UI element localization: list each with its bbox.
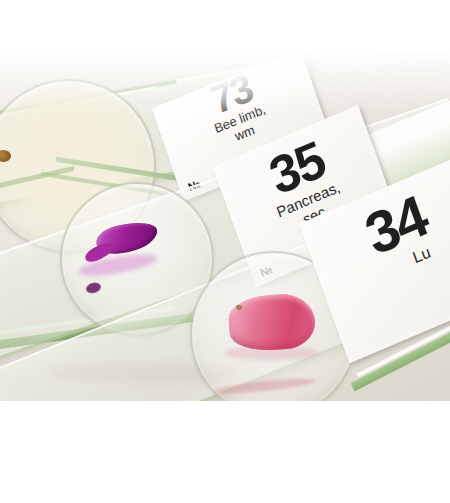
specimen-lung-speck [236, 305, 242, 310]
photo-screenshot: 73 Bee limb, wm № 35 Pancreas, sec № 34 … [0, 0, 450, 503]
photo-area: 73 Bee limb, wm № 35 Pancreas, sec № 34 … [0, 0, 450, 401]
white-margin-bottom [0, 401, 450, 503]
